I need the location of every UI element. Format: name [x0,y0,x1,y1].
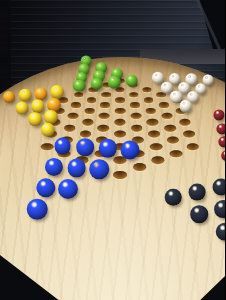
board-hole[interactable] [115,97,125,103]
board-hole[interactable] [129,92,139,98]
marble-red[interactable] [216,123,225,134]
board-hole[interactable] [152,156,165,164]
marble-blue[interactable] [76,138,94,156]
board-hole[interactable] [114,131,126,138]
marble-black[interactable] [190,206,208,224]
board-hole[interactable] [169,150,182,158]
marble-red[interactable] [221,150,225,162]
board-hole[interactable] [113,170,127,178]
marble-black[interactable] [165,189,182,206]
marble-green[interactable] [126,74,139,87]
chinese-checkers-photo [0,0,225,300]
board-hole[interactable] [84,108,95,114]
board-hole[interactable] [186,143,199,150]
marble-yellow[interactable] [19,89,32,102]
marble-white[interactable] [179,100,192,113]
marble-yellow[interactable] [16,102,29,115]
board-hole[interactable] [131,125,143,132]
board-hole[interactable] [164,125,176,132]
marble-black[interactable] [189,184,206,201]
marble-red[interactable] [218,136,225,147]
board-hole[interactable] [101,92,111,98]
marble-blue[interactable] [67,159,86,178]
marble-blue[interactable] [58,179,78,199]
board-hole[interactable] [115,108,126,114]
board-hole[interactable] [98,125,110,132]
board-hole[interactable] [147,119,158,126]
board-hole[interactable] [159,102,169,108]
board-hole[interactable] [114,119,125,126]
marble-yellow[interactable] [3,91,15,103]
board-hole[interactable] [148,131,160,138]
marble-blue[interactable] [27,199,48,220]
board-hole[interactable] [145,108,156,114]
board-hole[interactable] [100,102,110,108]
marble-red[interactable] [214,110,225,121]
board-hole[interactable] [74,92,84,98]
board-hole[interactable] [80,131,92,138]
board-hole[interactable] [144,97,154,103]
board-hole[interactable] [64,125,76,132]
marble-blue[interactable] [121,140,140,159]
board-hole[interactable] [82,119,93,126]
marble-blue[interactable] [89,160,109,180]
board-hole[interactable] [150,143,163,150]
marble-black[interactable] [213,179,226,196]
marble-yellow[interactable] [28,112,42,126]
marble-black[interactable] [214,200,225,218]
marble-black[interactable] [216,222,225,241]
marble-blue[interactable] [54,138,71,155]
board-hole[interactable] [183,131,195,138]
board-hole[interactable] [41,143,54,150]
board-hole[interactable] [133,163,147,171]
board-hole[interactable] [179,119,190,126]
board-hole[interactable] [87,97,97,103]
marble-green[interactable] [108,76,121,89]
board-hole[interactable] [71,102,81,108]
board-hole[interactable] [130,102,140,108]
